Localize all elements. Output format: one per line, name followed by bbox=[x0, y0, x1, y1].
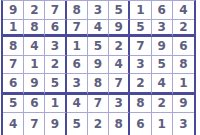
sudoku-cell-r7c5: 2 bbox=[88, 113, 109, 135]
sudoku-cell-r2c2: 8 bbox=[24, 20, 45, 38]
sudoku-cell-r7c1: 4 bbox=[3, 113, 24, 135]
sudoku-cell-r7c4: 5 bbox=[67, 113, 88, 135]
sudoku-cell-r4c1: 7 bbox=[3, 56, 24, 74]
sudoku-cell-r3c4: 1 bbox=[67, 37, 88, 56]
sudoku-cell-r5c9: 1 bbox=[173, 74, 194, 95]
sudoku-cell-r1c8: 6 bbox=[152, 1, 173, 20]
sudoku-cell-r5c3: 5 bbox=[45, 74, 66, 95]
sudoku-cell-r5c6: 7 bbox=[109, 74, 130, 95]
sudoku-cell-r2c4: 7 bbox=[67, 20, 88, 38]
sudoku-cell-r7c8: 1 bbox=[152, 113, 173, 135]
sudoku-cell-r4c4: 6 bbox=[67, 56, 88, 74]
sudoku-cell-r3c2: 4 bbox=[24, 37, 45, 56]
sudoku-cell-r3c9: 6 bbox=[173, 37, 194, 56]
sudoku-cell-r5c8: 4 bbox=[152, 74, 173, 95]
sudoku-cell-r4c7: 3 bbox=[130, 56, 151, 74]
sudoku-cell-r4c5: 9 bbox=[88, 56, 109, 74]
sudoku-cell-r1c1: 9 bbox=[3, 1, 24, 20]
sudoku-cell-r6c5: 7 bbox=[88, 95, 109, 114]
sudoku-cell-r1c6: 5 bbox=[109, 1, 130, 20]
sudoku-cell-r6c4: 4 bbox=[67, 95, 88, 114]
sudoku-cell-r7c9: 3 bbox=[173, 113, 194, 135]
sudoku-cell-r6c6: 3 bbox=[109, 95, 130, 114]
sudoku-cell-r3c8: 9 bbox=[152, 37, 173, 56]
sudoku-cell-r3c1: 8 bbox=[3, 37, 24, 56]
sudoku-cell-r2c3: 6 bbox=[45, 20, 66, 38]
sudoku-cell-r1c9: 4 bbox=[173, 1, 194, 20]
sudoku-cell-r1c4: 8 bbox=[67, 1, 88, 20]
sudoku-cell-r4c3: 2 bbox=[45, 56, 66, 74]
sudoku-cell-r2c7: 5 bbox=[130, 20, 151, 38]
sudoku-cell-r5c1: 6 bbox=[3, 74, 24, 95]
sudoku-cell-r3c3: 3 bbox=[45, 37, 66, 56]
sudoku-cell-r3c7: 7 bbox=[130, 37, 151, 56]
sudoku-cell-r1c7: 1 bbox=[130, 1, 151, 20]
sudoku-cell-r6c2: 6 bbox=[24, 95, 45, 114]
sudoku-cell-r5c2: 9 bbox=[24, 74, 45, 95]
sudoku-cell-r7c6: 8 bbox=[109, 113, 130, 135]
sudoku-cell-r6c3: 1 bbox=[45, 95, 66, 114]
sudoku-cell-r3c6: 2 bbox=[109, 37, 130, 56]
sudoku-cell-r4c8: 5 bbox=[152, 56, 173, 74]
sudoku-cell-r4c6: 4 bbox=[109, 56, 130, 74]
sudoku-cell-r1c2: 2 bbox=[24, 1, 45, 20]
sudoku-cell-r5c4: 3 bbox=[67, 74, 88, 95]
sudoku-cell-r2c1: 1 bbox=[3, 20, 24, 38]
sudoku-cell-r2c9: 2 bbox=[173, 20, 194, 38]
sudoku-cell-r1c5: 3 bbox=[88, 1, 109, 20]
sudoku-cell-r1c3: 7 bbox=[45, 1, 66, 20]
sudoku-cell-r5c7: 2 bbox=[130, 74, 151, 95]
sudoku-cell-r3c5: 5 bbox=[88, 37, 109, 56]
sudoku-cell-r2c8: 3 bbox=[152, 20, 173, 38]
sudoku-cell-r6c7: 8 bbox=[130, 95, 151, 114]
sudoku-cell-r4c2: 1 bbox=[24, 56, 45, 74]
sudoku-cell-r7c7: 6 bbox=[130, 113, 151, 135]
sudoku-cell-r5c5: 8 bbox=[88, 74, 109, 95]
sudoku-cell-r6c9: 9 bbox=[173, 95, 194, 114]
sudoku-board: 9278351641867495328431527967126943586953… bbox=[1, 0, 196, 135]
sudoku-cell-r6c8: 2 bbox=[152, 95, 173, 114]
sudoku-cell-r2c6: 9 bbox=[109, 20, 130, 38]
sudoku-cell-r4c9: 8 bbox=[173, 56, 194, 74]
sudoku-cell-r7c2: 7 bbox=[24, 113, 45, 135]
sudoku-cell-r6c1: 5 bbox=[3, 95, 24, 114]
sudoku-cell-r7c3: 9 bbox=[45, 113, 66, 135]
sudoku-cell-r2c5: 4 bbox=[88, 20, 109, 38]
